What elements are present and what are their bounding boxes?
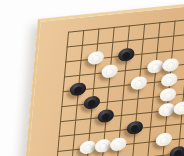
black-stone: ● bbox=[83, 95, 100, 110]
black-stone: ● bbox=[69, 82, 86, 97]
grid-line-vertical bbox=[52, 32, 69, 156]
grid-line-vertical bbox=[83, 28, 100, 156]
black-stone: ● bbox=[118, 47, 135, 62]
black-stone: ● bbox=[126, 120, 143, 135]
grid-line-vertical bbox=[98, 27, 115, 156]
photo-backdrop: ●●●●●●○○○○○○○○○○○○○ bbox=[0, 0, 184, 156]
white-stone: ○ bbox=[155, 132, 172, 147]
grid-line-vertical bbox=[174, 19, 184, 156]
black-stone: ● bbox=[97, 109, 114, 124]
white-stone: ○ bbox=[162, 58, 179, 73]
grid-line-vertical bbox=[128, 24, 145, 156]
grid-line-vertical bbox=[113, 25, 130, 156]
white-stone: ○ bbox=[173, 101, 184, 116]
white-stone: ○ bbox=[161, 73, 178, 88]
white-stone: ○ bbox=[110, 137, 127, 152]
go-board: ●●●●●●○○○○○○○○○○○○○ bbox=[18, 0, 184, 156]
white-stone: ○ bbox=[87, 51, 104, 66]
white-stone: ○ bbox=[101, 64, 118, 79]
white-stone: ○ bbox=[130, 76, 147, 91]
white-stone: ○ bbox=[159, 87, 176, 102]
black-stone: ● bbox=[169, 146, 184, 156]
grid-line-horizontal bbox=[68, 13, 184, 33]
